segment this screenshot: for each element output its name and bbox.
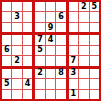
cell-r7c1[interactable] xyxy=(2,69,11,78)
cell-r8c8[interactable] xyxy=(79,79,88,88)
box-1-2: 69 xyxy=(35,2,65,32)
cell-r8c3[interactable]: 4 xyxy=(23,79,32,88)
cell-r7c5[interactable] xyxy=(46,69,55,78)
cell-r8c4[interactable] xyxy=(35,79,44,88)
cell-r6c5[interactable] xyxy=(46,56,55,65)
cell-r1c5[interactable] xyxy=(46,2,55,11)
cell-r5c5[interactable] xyxy=(46,46,55,55)
cell-r6c6[interactable] xyxy=(56,56,65,65)
cell-r5c6[interactable] xyxy=(56,46,65,55)
box-3-1: 54 xyxy=(2,69,32,99)
cell-r5c8[interactable] xyxy=(79,46,88,55)
cell-r5c9[interactable] xyxy=(90,46,99,55)
cell-r2c7[interactable] xyxy=(69,12,78,21)
cell-r7c6[interactable]: 8 xyxy=(56,69,65,78)
cell-r1c6[interactable] xyxy=(56,2,65,11)
cell-r8c7[interactable] xyxy=(69,79,78,88)
cell-r9c7[interactable]: 1 xyxy=(69,90,78,99)
cell-r9c3[interactable] xyxy=(23,90,32,99)
cell-r4c8[interactable] xyxy=(79,35,88,44)
cell-r9c4[interactable] xyxy=(35,90,44,99)
cell-r2c6[interactable]: 6 xyxy=(56,12,65,21)
cell-r9c1[interactable] xyxy=(2,90,11,99)
cell-r7c2[interactable] xyxy=(12,69,21,78)
cell-r9c8[interactable] xyxy=(79,90,88,99)
box-3-3: 31 xyxy=(69,69,99,99)
box-1-3: 25 xyxy=(69,2,99,32)
cell-r8c2[interactable] xyxy=(12,79,21,88)
cell-r9c9[interactable] xyxy=(90,90,99,99)
cell-r1c2[interactable] xyxy=(12,2,21,11)
cell-r9c6[interactable] xyxy=(56,90,65,99)
cell-r2c1[interactable] xyxy=(2,12,11,21)
cell-r4c4[interactable]: 7 xyxy=(35,35,44,44)
cell-r3c4[interactable] xyxy=(35,23,44,32)
box-3-2: 28 xyxy=(35,69,65,99)
sudoku-board: 36925627457542831 xyxy=(0,0,101,101)
cell-r5c2[interactable] xyxy=(12,46,21,55)
cell-r4c6[interactable] xyxy=(56,35,65,44)
cell-r1c4[interactable] xyxy=(35,2,44,11)
cell-r4c5[interactable]: 4 xyxy=(46,35,55,44)
cell-r1c7[interactable] xyxy=(69,2,78,11)
cell-r4c9[interactable] xyxy=(90,35,99,44)
cell-r4c3[interactable] xyxy=(23,35,32,44)
cell-r5c3[interactable] xyxy=(23,46,32,55)
cell-r7c3[interactable] xyxy=(23,69,32,78)
cell-r2c8[interactable] xyxy=(79,12,88,21)
cell-r3c6[interactable] xyxy=(56,23,65,32)
box-2-1: 62 xyxy=(2,35,32,65)
cell-r8c1[interactable]: 5 xyxy=(2,79,11,88)
cell-r4c7[interactable] xyxy=(69,35,78,44)
cell-r5c4[interactable]: 5 xyxy=(35,46,44,55)
cell-r9c2[interactable] xyxy=(12,90,21,99)
cell-r4c1[interactable] xyxy=(2,35,11,44)
cell-r7c8[interactable] xyxy=(79,69,88,78)
cell-r2c3[interactable] xyxy=(23,12,32,21)
cell-r6c2[interactable]: 2 xyxy=(12,56,21,65)
cell-r9c5[interactable] xyxy=(46,90,55,99)
box-1-1: 3 xyxy=(2,2,32,32)
cell-r4c2[interactable] xyxy=(12,35,21,44)
cell-r2c4[interactable] xyxy=(35,12,44,21)
box-2-2: 745 xyxy=(35,35,65,65)
cell-r1c1[interactable] xyxy=(2,2,11,11)
cell-r2c2[interactable]: 3 xyxy=(12,12,21,21)
cell-r6c1[interactable] xyxy=(2,56,11,65)
cell-r3c5[interactable]: 9 xyxy=(46,23,55,32)
cell-r7c9[interactable] xyxy=(90,69,99,78)
cell-r6c4[interactable] xyxy=(35,56,44,65)
cell-r6c9[interactable] xyxy=(90,56,99,65)
cell-r2c9[interactable] xyxy=(90,12,99,21)
cell-r6c3[interactable] xyxy=(23,56,32,65)
cell-r8c9[interactable] xyxy=(90,79,99,88)
cell-r8c6[interactable] xyxy=(56,79,65,88)
cell-r5c1[interactable]: 6 xyxy=(2,46,11,55)
cell-r3c2[interactable] xyxy=(12,23,21,32)
cell-r6c8[interactable] xyxy=(79,56,88,65)
cell-r3c8[interactable] xyxy=(79,23,88,32)
cell-r3c3[interactable] xyxy=(23,23,32,32)
cell-r1c8[interactable]: 2 xyxy=(79,2,88,11)
box-2-3: 7 xyxy=(69,35,99,65)
cell-r7c4[interactable]: 2 xyxy=(35,69,44,78)
cell-r8c5[interactable] xyxy=(46,79,55,88)
cell-r1c3[interactable] xyxy=(23,2,32,11)
cell-r6c7[interactable]: 7 xyxy=(69,56,78,65)
cell-r1c9[interactable]: 5 xyxy=(90,2,99,11)
cell-r3c9[interactable] xyxy=(90,23,99,32)
cell-r3c7[interactable] xyxy=(69,23,78,32)
cell-r2c5[interactable] xyxy=(46,12,55,21)
cell-r5c7[interactable] xyxy=(69,46,78,55)
cell-r7c7[interactable]: 3 xyxy=(69,69,78,78)
cell-r3c1[interactable] xyxy=(2,23,11,32)
